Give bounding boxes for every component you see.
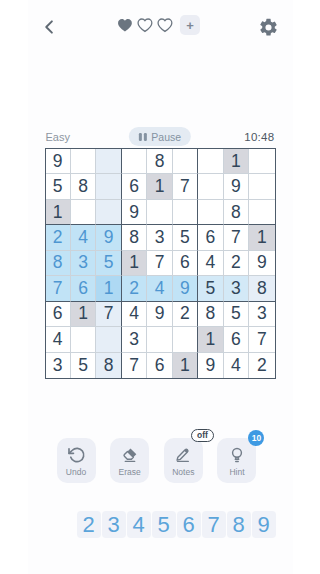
cell-r1c2[interactable]	[71, 149, 96, 174]
difficulty-label: Easy	[46, 131, 70, 143]
cell-r7c8[interactable]: 5	[224, 302, 249, 327]
cell-r5c3[interactable]: 5	[96, 251, 121, 276]
erase-label: Erase	[119, 467, 141, 477]
cell-r5c8[interactable]: 2	[224, 251, 249, 276]
numpad-key-7[interactable]: 7	[202, 511, 226, 538]
cell-r9c9[interactable]: 2	[249, 353, 274, 378]
cell-r2c2[interactable]: 8	[71, 174, 96, 199]
notes-button[interactable]: off Notes	[164, 438, 203, 483]
cell-r5c6[interactable]: 6	[173, 251, 198, 276]
erase-button[interactable]: Erase	[110, 438, 149, 483]
cell-r1c5[interactable]: 8	[147, 149, 172, 174]
cell-r6c7[interactable]: 5	[198, 276, 223, 301]
cell-r8c1[interactable]: 4	[46, 327, 71, 352]
cell-r8c5[interactable]	[147, 327, 172, 352]
cell-r4c7[interactable]: 6	[198, 225, 223, 250]
cell-r3c7[interactable]	[198, 200, 223, 225]
numpad-key-5[interactable]: 5	[152, 511, 176, 538]
numpad: 23456789	[77, 511, 276, 538]
eraser-icon	[120, 445, 140, 465]
cell-r6c2[interactable]: 6	[71, 276, 96, 301]
undo-icon	[66, 445, 86, 465]
sudoku-board: 9815861791982498356718351764297612495386…	[45, 148, 276, 379]
cell-r6c1[interactable]: 7	[46, 276, 71, 301]
cell-r1c9[interactable]	[249, 149, 274, 174]
hint-label: Hint	[229, 467, 244, 477]
cell-r9c7[interactable]: 9	[198, 353, 223, 378]
cell-r2c1[interactable]: 5	[46, 174, 71, 199]
cell-r1c1[interactable]: 9	[46, 149, 71, 174]
cell-r7c3[interactable]: 7	[96, 302, 121, 327]
chevron-left-icon	[41, 18, 59, 36]
cell-r2c3[interactable]	[96, 174, 121, 199]
pause-icon	[139, 133, 147, 141]
heart-outline-icon	[156, 16, 174, 34]
cell-r3c6[interactable]	[173, 200, 198, 225]
numpad-key-4[interactable]: 4	[127, 511, 151, 538]
lightbulb-icon	[227, 445, 247, 465]
numpad-key-9[interactable]: 9	[252, 511, 276, 538]
cell-r4c8[interactable]: 7	[224, 225, 249, 250]
lives-group: +	[115, 15, 200, 35]
cell-r7c4[interactable]: 4	[122, 302, 147, 327]
cell-r9c6[interactable]: 1	[173, 353, 198, 378]
toolbar: Undo Erase off Notes 10	[57, 438, 257, 483]
pause-button[interactable]: Pause	[129, 127, 191, 146]
cell-r1c4[interactable]	[122, 149, 147, 174]
cell-r8c4[interactable]: 3	[122, 327, 147, 352]
cell-r7c2[interactable]: 1	[71, 302, 96, 327]
cell-r2c8[interactable]: 9	[224, 174, 249, 199]
cell-r6c4[interactable]: 2	[122, 276, 147, 301]
cell-r5c5[interactable]: 7	[147, 251, 172, 276]
cell-r5c7[interactable]: 4	[198, 251, 223, 276]
cell-r7c9[interactable]: 3	[249, 302, 274, 327]
pencil-icon	[173, 445, 193, 465]
cell-r8c8[interactable]: 6	[224, 327, 249, 352]
cell-r6c9[interactable]: 8	[249, 276, 274, 301]
notes-toggle-badge: off	[191, 429, 214, 442]
back-button[interactable]	[36, 13, 64, 41]
add-life-button[interactable]: +	[180, 15, 200, 35]
cell-r9c5[interactable]: 6	[147, 353, 172, 378]
cell-r1c6[interactable]	[173, 149, 198, 174]
cell-r7c1[interactable]: 6	[46, 302, 71, 327]
timer: 10:48	[244, 131, 274, 143]
cell-r6c3-selected[interactable]: 1	[96, 276, 121, 301]
cell-r2c9[interactable]	[249, 174, 274, 199]
cell-r5c9[interactable]: 9	[249, 251, 274, 276]
cell-r5c1[interactable]: 8	[46, 251, 71, 276]
cell-r8c6[interactable]	[173, 327, 198, 352]
cell-r1c7[interactable]	[198, 149, 223, 174]
cell-r4c3[interactable]: 9	[96, 225, 121, 250]
cell-r3c9[interactable]	[249, 200, 274, 225]
cell-r7c5[interactable]: 9	[147, 302, 172, 327]
cell-r9c1[interactable]: 3	[46, 353, 71, 378]
status-bar: Easy Pause 10:48	[46, 127, 275, 146]
cell-r7c7[interactable]: 8	[198, 302, 223, 327]
undo-button[interactable]: Undo	[57, 438, 96, 483]
numpad-key-2[interactable]: 2	[77, 511, 101, 538]
cell-r3c8[interactable]: 8	[224, 200, 249, 225]
cell-r4c2[interactable]: 4	[71, 225, 96, 250]
heart-outline-icon	[136, 16, 154, 34]
cell-r9c4[interactable]: 7	[122, 353, 147, 378]
sudoku-app-screen: + Easy Pause 10:48 981586179198249835671…	[28, 0, 293, 574]
cell-r4c4[interactable]: 8	[122, 225, 147, 250]
cell-r8c7[interactable]: 1	[198, 327, 223, 352]
cell-r8c9[interactable]: 7	[249, 327, 274, 352]
cell-r3c1[interactable]: 1	[46, 200, 71, 225]
cell-r4c1[interactable]: 2	[46, 225, 71, 250]
cell-r1c3[interactable]	[96, 149, 121, 174]
cell-r8c2[interactable]	[71, 327, 96, 352]
cell-r1c8[interactable]: 1	[224, 149, 249, 174]
cell-r9c8[interactable]: 4	[224, 353, 249, 378]
cell-r3c2[interactable]	[71, 200, 96, 225]
cell-r5c2[interactable]: 3	[71, 251, 96, 276]
cell-r9c3[interactable]: 8	[96, 353, 121, 378]
notes-label: Notes	[172, 467, 194, 477]
cell-r5c4[interactable]: 1	[122, 251, 147, 276]
cell-r2c4[interactable]: 6	[122, 174, 147, 199]
cell-r3c5[interactable]	[147, 200, 172, 225]
cell-r3c4[interactable]: 9	[122, 200, 147, 225]
cell-r6c5[interactable]: 4	[147, 276, 172, 301]
cell-r4c5[interactable]: 3	[147, 225, 172, 250]
gear-icon	[258, 17, 279, 38]
cell-r7c6[interactable]: 2	[173, 302, 198, 327]
hearts	[115, 16, 175, 34]
cell-r2c7[interactable]	[198, 174, 223, 199]
cell-r2c5[interactable]: 1	[147, 174, 172, 199]
numpad-key-6[interactable]: 6	[177, 511, 201, 538]
undo-label: Undo	[66, 467, 86, 477]
cell-r2c6[interactable]: 7	[173, 174, 198, 199]
cell-r4c6[interactable]: 5	[173, 225, 198, 250]
hint-button[interactable]: 10 Hint	[217, 438, 256, 483]
pause-label: Pause	[151, 131, 181, 143]
numpad-key-8[interactable]: 8	[227, 511, 251, 538]
cell-r3c3[interactable]	[96, 200, 121, 225]
cell-r8c3[interactable]	[96, 327, 121, 352]
heart-filled-icon	[116, 16, 134, 34]
cell-r6c6[interactable]: 9	[173, 276, 198, 301]
cell-r9c2[interactable]: 5	[71, 353, 96, 378]
cell-r6c8[interactable]: 3	[224, 276, 249, 301]
cell-r4c9[interactable]: 1	[249, 225, 274, 250]
settings-button[interactable]	[255, 13, 283, 41]
numpad-key-3[interactable]: 3	[102, 511, 126, 538]
hint-count-badge: 10	[248, 430, 264, 446]
